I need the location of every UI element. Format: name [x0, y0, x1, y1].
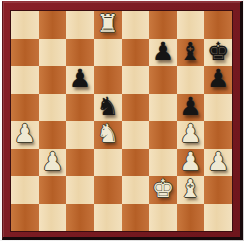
square-h3[interactable]: ♟: [204, 149, 232, 177]
square-b3[interactable]: ♟: [39, 149, 67, 177]
square-h5[interactable]: [204, 94, 232, 122]
square-c3[interactable]: [66, 149, 94, 177]
square-g7[interactable]: ♝: [177, 39, 205, 67]
piece-white-pawn-h3[interactable]: ♟: [207, 149, 229, 174]
square-d4[interactable]: ♞: [94, 121, 122, 149]
square-c4[interactable]: [66, 121, 94, 149]
piece-white-pawn-a4[interactable]: ♟: [14, 121, 36, 146]
square-h1[interactable]: [204, 204, 232, 232]
square-a5[interactable]: [11, 94, 39, 122]
piece-black-bishop-g7[interactable]: ♝: [179, 39, 201, 64]
square-e6[interactable]: [122, 66, 150, 94]
square-f3[interactable]: [149, 149, 177, 177]
square-a7[interactable]: [11, 39, 39, 67]
square-a1[interactable]: [11, 204, 39, 232]
chess-board: ♜♟♝♚♟♟♞♟♟♞♟♟♟♟♚♝: [11, 11, 232, 231]
square-a3[interactable]: [11, 149, 39, 177]
piece-white-pawn-b3[interactable]: ♟: [41, 149, 63, 174]
square-f4[interactable]: [149, 121, 177, 149]
square-e3[interactable]: [122, 149, 150, 177]
square-e2[interactable]: [122, 176, 150, 204]
piece-white-knight-d4[interactable]: ♞: [96, 121, 118, 146]
square-h8[interactable]: [204, 11, 232, 39]
square-b6[interactable]: [39, 66, 67, 94]
square-e7[interactable]: [122, 39, 150, 67]
square-d5[interactable]: ♞: [94, 94, 122, 122]
square-g6[interactable]: [177, 66, 205, 94]
square-c6[interactable]: ♟: [66, 66, 94, 94]
square-d7[interactable]: [94, 39, 122, 67]
square-g5[interactable]: ♟: [177, 94, 205, 122]
square-f8[interactable]: [149, 11, 177, 39]
square-h4[interactable]: [204, 121, 232, 149]
square-h7[interactable]: ♚: [204, 39, 232, 67]
square-g8[interactable]: [177, 11, 205, 39]
square-g2[interactable]: ♝: [177, 176, 205, 204]
square-a2[interactable]: [11, 176, 39, 204]
piece-white-bishop-g2[interactable]: ♝: [179, 176, 201, 201]
piece-black-king-h7[interactable]: ♚: [207, 39, 229, 64]
square-b1[interactable]: [39, 204, 67, 232]
square-b2[interactable]: [39, 176, 67, 204]
piece-white-pawn-g3[interactable]: ♟: [179, 149, 201, 174]
square-e8[interactable]: [122, 11, 150, 39]
square-g1[interactable]: [177, 204, 205, 232]
square-c7[interactable]: [66, 39, 94, 67]
square-h6[interactable]: ♟: [204, 66, 232, 94]
square-f7[interactable]: ♟: [149, 39, 177, 67]
piece-black-pawn-h6[interactable]: ♟: [207, 66, 229, 91]
square-f6[interactable]: [149, 66, 177, 94]
square-c1[interactable]: [66, 204, 94, 232]
square-b8[interactable]: [39, 11, 67, 39]
square-e5[interactable]: [122, 94, 150, 122]
square-a6[interactable]: [11, 66, 39, 94]
square-e1[interactable]: [122, 204, 150, 232]
square-a4[interactable]: ♟: [11, 121, 39, 149]
square-c8[interactable]: [66, 11, 94, 39]
square-d3[interactable]: [94, 149, 122, 177]
square-d2[interactable]: [94, 176, 122, 204]
piece-black-pawn-f7[interactable]: ♟: [152, 39, 174, 64]
square-g4[interactable]: ♟: [177, 121, 205, 149]
square-f1[interactable]: [149, 204, 177, 232]
square-c5[interactable]: [66, 94, 94, 122]
square-d6[interactable]: [94, 66, 122, 94]
piece-white-king-f2[interactable]: ♚: [152, 176, 174, 201]
square-d8[interactable]: ♜: [94, 11, 122, 39]
piece-white-pawn-g4[interactable]: ♟: [179, 121, 201, 146]
square-h2[interactable]: [204, 176, 232, 204]
piece-white-rook-d8[interactable]: ♜: [96, 11, 118, 36]
square-g3[interactable]: ♟: [177, 149, 205, 177]
square-e4[interactable]: [122, 121, 150, 149]
square-c2[interactable]: [66, 176, 94, 204]
piece-black-pawn-g5[interactable]: ♟: [179, 94, 201, 119]
square-b5[interactable]: [39, 94, 67, 122]
square-b4[interactable]: [39, 121, 67, 149]
piece-black-knight-d5[interactable]: ♞: [96, 94, 118, 119]
square-f5[interactable]: [149, 94, 177, 122]
square-f2[interactable]: ♚: [149, 176, 177, 204]
square-d1[interactable]: [94, 204, 122, 232]
square-a8[interactable]: [11, 11, 39, 39]
piece-black-pawn-c6[interactable]: ♟: [69, 66, 91, 91]
square-b7[interactable]: [39, 39, 67, 67]
chess-diagram: ♜♟♝♚♟♟♞♟♟♞♟♟♟♟♚♝: [0, 0, 244, 241]
